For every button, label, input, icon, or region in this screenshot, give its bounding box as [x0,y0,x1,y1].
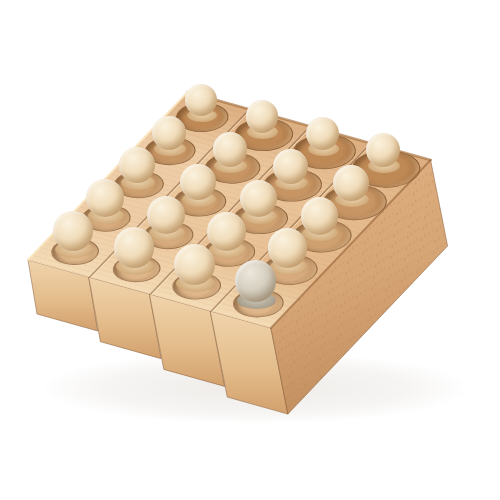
product-photo-montessori-cylinder-blocks [0,0,500,500]
knob-ball [306,117,339,150]
knob-ball [152,116,186,150]
knob-ball [301,197,339,235]
knobs-layer [0,0,500,500]
knob-ball [333,165,369,201]
knob-ball [53,211,93,251]
knob-ball [235,260,277,302]
knob-ball [114,227,155,268]
knob-ball [174,244,215,285]
knob-ball [273,149,308,184]
knob-ball [366,133,400,167]
knob-ball [213,132,248,167]
knob-ball [246,100,279,133]
knob-ball [185,84,217,116]
